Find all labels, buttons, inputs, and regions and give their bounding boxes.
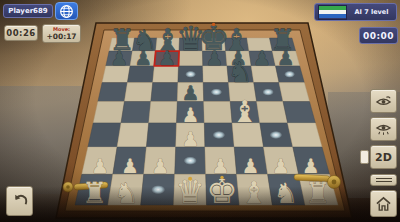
view-2d-toggle-button[interactable]: 2D	[370, 145, 397, 169]
piece-black-pawn-h7[interactable]: ♟	[277, 46, 295, 70]
square-g4[interactable]	[257, 102, 288, 123]
chess-app-screen: ♜♞♝♛♚♝♜♟♟♟♟♟♟♟♞♟♝♟♟♟♟♟♟♟♟♟♜♞♛♚♝♞♜ Player…	[0, 0, 400, 222]
move-dot-e5[interactable]	[211, 88, 222, 95]
piece-white-bishop-f1[interactable]: ♝	[241, 175, 268, 210]
piece-black-pawn-c7[interactable]: ♟	[158, 46, 176, 70]
move-dot-h6[interactable]	[284, 71, 295, 78]
piece-white-knight-b1[interactable]: ♞	[114, 177, 139, 210]
globe-icon	[59, 4, 74, 19]
square-b3[interactable]	[117, 123, 149, 147]
move-dot-c1[interactable]	[151, 185, 165, 194]
player-name-bar: Player689	[3, 4, 53, 18]
black-clock: 00:00	[359, 27, 398, 44]
piece-white-rook-h1[interactable]: ♜	[305, 176, 331, 210]
view-2d-label: 2D	[375, 151, 392, 164]
square-h5[interactable]	[279, 83, 310, 102]
square-a4[interactable]	[93, 102, 124, 123]
crown-accent-d1	[188, 177, 192, 181]
move-dot-g3[interactable]	[270, 131, 283, 139]
undo-arrow-icon	[11, 193, 29, 209]
opponent-name-bar: AI 7 level	[314, 3, 397, 21]
square-b5[interactable]	[124, 83, 152, 102]
square-c4[interactable]	[149, 102, 178, 123]
eye-rays-icon	[375, 122, 392, 136]
square-a5[interactable]	[98, 83, 128, 102]
move-increment-value: +00:17	[43, 33, 80, 41]
piece-white-pawn-d3[interactable]: ♟	[181, 127, 199, 151]
piece-white-bishop-f4[interactable]: ♝	[231, 94, 258, 129]
piece-white-pawn-c2[interactable]: ♟	[151, 154, 169, 178]
crown-accent-e1	[220, 176, 223, 179]
piece-black-knight-f6[interactable]: ♞	[228, 56, 253, 89]
piece-white-pawn-b2[interactable]: ♟	[121, 154, 139, 178]
move-increment-box: Move: +00:17	[42, 24, 81, 43]
square-b4[interactable]	[121, 102, 151, 123]
undo-move-button[interactable]	[6, 186, 33, 216]
view-rotate-button[interactable]	[370, 89, 397, 113]
player-name: Player689	[8, 7, 47, 15]
piece-white-pawn-g2[interactable]: ♟	[272, 154, 290, 178]
screen-chip-icon	[360, 150, 369, 164]
online-play-button[interactable]	[55, 2, 78, 20]
white-clock-value: 00:26	[6, 28, 36, 38]
move-dot-d6[interactable]	[185, 71, 196, 78]
move-dot-g5[interactable]	[262, 88, 273, 95]
square-e4[interactable]	[204, 102, 232, 123]
piece-black-pawn-e7[interactable]: ♟	[205, 46, 223, 70]
home-button[interactable]	[370, 190, 397, 217]
square-h4[interactable]	[283, 102, 315, 123]
move-dot-e3[interactable]	[213, 131, 226, 139]
piece-white-pawn-d4[interactable]: ♟	[181, 103, 199, 127]
square-c3[interactable]	[146, 123, 176, 147]
piece-white-rook-a1[interactable]: ♜	[81, 176, 107, 210]
show-hints-button[interactable]	[370, 117, 397, 141]
opponent-name: AI 7 level	[347, 8, 396, 16]
piece-white-pawn-h2[interactable]: ♟	[302, 154, 320, 178]
black-clock-value: 00:00	[363, 31, 394, 41]
flag-stripe	[319, 14, 346, 18]
home-icon	[375, 196, 392, 212]
piece-black-pawn-a7[interactable]: ♟	[110, 46, 128, 70]
moves-list-button[interactable]	[370, 174, 397, 186]
piece-black-pawn-g7[interactable]: ♟	[253, 46, 271, 70]
piece-white-knight-g1[interactable]: ♞	[273, 177, 298, 210]
white-clock: 00:26	[4, 25, 38, 41]
piece-white-pawn-f2[interactable]: ♟	[242, 154, 260, 178]
crown-accent-e8	[212, 23, 215, 26]
lines-icon	[376, 178, 392, 180]
square-a3[interactable]	[88, 123, 121, 147]
move-dot-d2[interactable]	[184, 156, 197, 164]
piece-white-pawn-a2[interactable]: ♟	[91, 154, 109, 178]
sierra-leone-flag	[318, 5, 347, 20]
piece-black-pawn-b7[interactable]: ♟	[134, 46, 152, 70]
eye-rotate-icon	[375, 95, 392, 108]
square-c5[interactable]	[151, 83, 178, 102]
